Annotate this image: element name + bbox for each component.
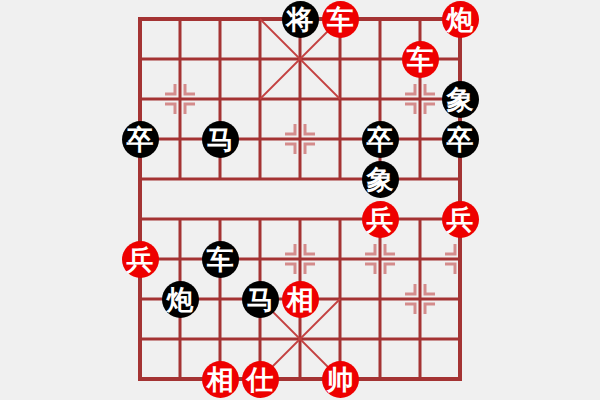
piece-black-soldier[interactable]: 卒 [122,121,159,158]
piece-black-elephant[interactable]: 象 [362,161,399,198]
piece-black-horse[interactable]: 马 [242,281,279,318]
piece-black-soldier[interactable]: 卒 [362,121,399,158]
piece-black-elephant[interactable]: 象 [442,81,479,118]
piece-red-soldier[interactable]: 兵 [122,241,159,278]
piece-red-chariot[interactable]: 车 [402,41,439,78]
piece-black-chariot[interactable]: 车 [202,241,239,278]
piece-black-soldier[interactable]: 卒 [442,121,479,158]
piece-red-general[interactable]: 帅 [322,361,359,398]
piece-black-cannon[interactable]: 炮 [162,281,199,318]
piece-red-cannon[interactable]: 炮 [442,1,479,38]
piece-red-advisor[interactable]: 仕 [242,361,279,398]
piece-red-chariot[interactable]: 车 [322,1,359,38]
piece-red-elephant[interactable]: 相 [202,361,239,398]
piece-black-general[interactable]: 将 [282,1,319,38]
xiangqi-board-screenshot: 将车炮车象卒马卒卒象兵兵兵车炮马相相仕帅 [0,0,600,400]
piece-red-elephant[interactable]: 相 [282,281,319,318]
pieces-layer: 将车炮车象卒马卒卒象兵兵兵车炮马相相仕帅 [120,0,480,399]
piece-red-soldier[interactable]: 兵 [442,201,479,238]
piece-black-horse[interactable]: 马 [202,121,239,158]
piece-red-soldier[interactable]: 兵 [362,201,399,238]
